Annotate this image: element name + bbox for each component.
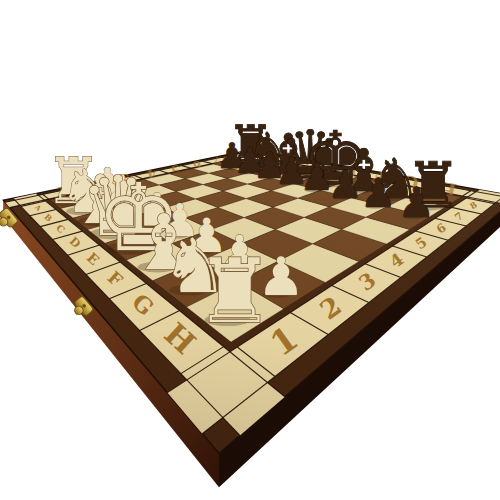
piece-white-rook-h1[interactable]: ♜	[195, 239, 275, 343]
piece-black-pawn-f7[interactable]: ♟	[328, 162, 363, 207]
photo-canvas: A11AB22BC33CD44DE55EF66FG77GH88H♜♞♟♟♝♟♛♟…	[0, 0, 500, 500]
piece-glyph: ♟	[398, 178, 435, 227]
piece-black-pawn-g7[interactable]: ♟	[360, 170, 396, 217]
piece-glyph: ♟	[328, 162, 363, 207]
piece-glyph: ♜	[195, 239, 275, 343]
chess-board: A11AB22BC33CD44DE55EF66FG77GH88H♜♞♟♟♝♟♛♟…	[0, 0, 500, 500]
piece-glyph: ♟	[360, 170, 396, 217]
piece-black-pawn-h7[interactable]: ♟	[398, 178, 435, 227]
